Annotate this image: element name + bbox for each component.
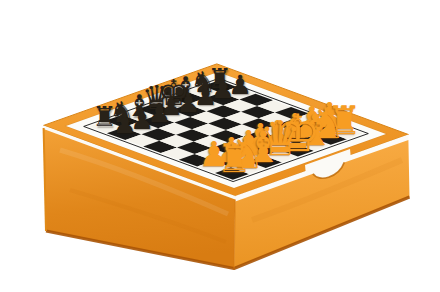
chess-set-photo: ♜♞♝♛♚♝♞♜♟♟♟♟♟♟♟♟♟♟♟♟♟♟♟♟♜♞♝♛♚♝♞♜: [0, 0, 440, 292]
